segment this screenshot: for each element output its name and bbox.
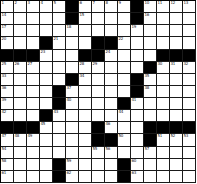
clue-number-63: 63 — [132, 171, 137, 175]
black-cell-r11-c13 — [157, 122, 170, 134]
clue-number-36: 36 — [2, 86, 7, 90]
cell-r6-c13[interactable]: 30 — [157, 62, 170, 74]
black-cell-r6-c12 — [144, 62, 157, 74]
cell-r14-c11[interactable]: 60 — [131, 159, 144, 171]
cell-r8-c9[interactable] — [105, 86, 118, 98]
clue-number-10: 10 — [145, 1, 150, 5]
cell-r15-c14[interactable] — [170, 171, 183, 183]
clue-number-34: 34 — [80, 74, 85, 78]
cell-r3-c10[interactable] — [118, 25, 131, 37]
black-cell-r5-c13 — [157, 50, 170, 62]
cell-r3-c9[interactable] — [105, 25, 118, 37]
black-cell-r15-c5 — [53, 171, 66, 183]
black-cell-r14-c10 — [118, 159, 131, 171]
clue-number-48: 48 — [15, 134, 20, 138]
black-cell-r1-c11 — [131, 1, 144, 13]
clue-number-45: 45 — [41, 122, 46, 126]
cell-r12-c2[interactable]: 48 — [14, 134, 27, 146]
cell-r13-c10[interactable] — [118, 147, 131, 159]
cell-r10-c13[interactable] — [157, 110, 170, 122]
cell-r8-c10[interactable] — [118, 86, 131, 98]
clue-number-27: 27 — [28, 62, 33, 66]
cell-r7-c5[interactable] — [53, 74, 66, 86]
cell-r14-c12[interactable] — [144, 159, 157, 171]
cell-r3-c14[interactable] — [170, 25, 183, 37]
clue-number-29: 29 — [93, 62, 98, 66]
clue-number-17: 17 — [2, 25, 7, 29]
cell-r4-c3[interactable] — [27, 37, 40, 49]
cell-r12-c13[interactable]: 51 — [157, 134, 170, 146]
clue-number-13: 13 — [184, 1, 189, 5]
cell-r2-c5[interactable] — [53, 13, 66, 25]
cell-r12-c10[interactable]: 50 — [118, 134, 131, 146]
cell-r7-c1[interactable]: 33 — [1, 74, 14, 86]
cell-r1-c14[interactable]: 12 — [170, 1, 183, 13]
black-cell-r4-c9 — [105, 37, 118, 49]
clue-number-25: 25 — [2, 62, 7, 66]
cell-r2-c14[interactable] — [170, 13, 183, 25]
crossword-grid: 1234567891011121314151617181920212223242… — [0, 0, 196, 183]
cell-r12-c4[interactable] — [40, 134, 53, 146]
cell-r6-c11[interactable] — [131, 62, 144, 74]
cell-r9-c4[interactable] — [40, 98, 53, 110]
clue-number-40: 40 — [67, 98, 72, 102]
clue-number-39: 39 — [2, 98, 7, 102]
cell-r12-c6[interactable] — [66, 134, 79, 146]
cell-r6-c14[interactable]: 31 — [170, 62, 183, 74]
cell-r10-c10[interactable]: 44 — [118, 110, 131, 122]
cell-r6-c5[interactable] — [53, 62, 66, 74]
black-cell-r4-c8 — [92, 37, 105, 49]
clue-number-7: 7 — [93, 1, 95, 5]
cell-r12-c1[interactable]: 47 — [1, 134, 14, 146]
cell-r11-c4[interactable]: 45 — [40, 122, 53, 134]
cell-r1-c10[interactable]: 9 — [118, 1, 131, 13]
clue-number-61: 61 — [2, 171, 7, 175]
cell-r10-c14[interactable] — [170, 110, 183, 122]
cell-r15-c12[interactable] — [144, 171, 157, 183]
cell-r6-c2[interactable]: 26 — [14, 62, 27, 74]
cell-r9-c7[interactable] — [79, 98, 92, 110]
cell-r3-c13[interactable] — [157, 25, 170, 37]
cell-r6-c1[interactable]: 25 — [1, 62, 14, 74]
clue-number-55: 55 — [93, 147, 98, 151]
cell-r11-c9[interactable]: 46 — [105, 122, 118, 134]
clue-number-1: 1 — [2, 1, 4, 5]
clue-number-54: 54 — [2, 147, 7, 151]
cell-r1-c3[interactable]: 3 — [27, 1, 40, 13]
cell-r9-c14[interactable] — [170, 98, 183, 110]
cell-r13-c6[interactable] — [66, 147, 79, 159]
cell-r12-c7[interactable] — [79, 134, 92, 146]
clue-number-46: 46 — [106, 122, 111, 126]
cell-r15-c15[interactable] — [183, 171, 196, 183]
clue-number-15: 15 — [80, 13, 85, 17]
cell-r10-c9[interactable] — [105, 110, 118, 122]
cell-r3-c8[interactable] — [92, 25, 105, 37]
clue-number-14: 14 — [2, 13, 7, 17]
cell-r2-c12[interactable]: 16 — [144, 13, 157, 25]
cell-r7-c4[interactable] — [40, 74, 53, 86]
cell-r10-c11[interactable] — [131, 110, 144, 122]
cell-r3-c11[interactable]: 19 — [131, 25, 144, 37]
black-cell-r14-c5 — [53, 159, 66, 171]
cell-r13-c11[interactable] — [131, 147, 144, 159]
cell-r3-c2[interactable] — [14, 25, 27, 37]
cell-r1-c15[interactable]: 13 — [183, 1, 196, 13]
black-cell-r5-c3 — [27, 50, 40, 62]
black-cell-r5-c2 — [14, 50, 27, 62]
cell-r1-c4[interactable]: 4 — [40, 1, 53, 13]
cell-r4-c6[interactable] — [66, 37, 79, 49]
cell-r4-c5[interactable]: 21 — [53, 37, 66, 49]
clue-number-60: 60 — [132, 159, 137, 163]
clue-number-58: 58 — [2, 159, 7, 163]
cell-r10-c12[interactable] — [144, 110, 157, 122]
black-cell-r7-c11 — [131, 74, 144, 86]
crossword-puzzle: 1234567891011121314151617181920212223242… — [0, 0, 197, 184]
cell-r4-c10[interactable]: 22 — [118, 37, 131, 49]
cell-r15-c3[interactable] — [27, 171, 40, 183]
cell-r2-c4[interactable] — [40, 13, 53, 25]
cell-r12-c11[interactable] — [131, 134, 144, 146]
clue-number-8: 8 — [106, 1, 108, 5]
black-cell-r11-c8 — [92, 122, 105, 134]
clue-number-26: 26 — [15, 62, 20, 66]
clue-number-44: 44 — [119, 110, 124, 114]
cell-r6-c9[interactable] — [105, 62, 118, 74]
black-cell-r11-c12 — [144, 122, 157, 134]
cell-r3-c6[interactable]: 18 — [66, 25, 79, 37]
cell-r2-c9[interactable] — [105, 13, 118, 25]
cell-r15-c13[interactable] — [157, 171, 170, 183]
cell-r15-c7[interactable] — [79, 171, 92, 183]
cell-r8-c4[interactable] — [40, 86, 53, 98]
clue-number-5: 5 — [54, 1, 56, 5]
cell-r15-c2[interactable] — [14, 171, 27, 183]
clue-number-22: 22 — [119, 37, 124, 41]
black-cell-r5-c8 — [92, 50, 105, 62]
cell-r5-c5[interactable] — [53, 50, 66, 62]
cell-r6-c10[interactable] — [118, 62, 131, 74]
cell-r14-c3[interactable] — [27, 159, 40, 171]
cell-r14-c15[interactable] — [183, 159, 196, 171]
cell-r6-c15[interactable]: 32 — [183, 62, 196, 74]
cell-r12-c5[interactable] — [53, 134, 66, 146]
cell-r7-c8[interactable] — [92, 74, 105, 86]
clue-number-2: 2 — [15, 1, 17, 5]
cell-r14-c8[interactable] — [92, 159, 105, 171]
cell-r9-c6[interactable]: 40 — [66, 98, 79, 110]
clue-number-9: 9 — [119, 1, 121, 5]
cell-r14-c9[interactable] — [105, 159, 118, 171]
cell-r7-c14[interactable] — [170, 74, 183, 86]
cell-r7-c13[interactable] — [157, 74, 170, 86]
cell-r9-c3[interactable] — [27, 98, 40, 110]
clue-number-47: 47 — [2, 134, 7, 138]
clue-number-43: 43 — [54, 110, 59, 114]
clue-number-50: 50 — [119, 134, 124, 138]
clue-number-16: 16 — [145, 13, 150, 17]
cell-r7-c3[interactable] — [27, 74, 40, 86]
clue-number-32: 32 — [184, 62, 189, 66]
cell-r1-c12[interactable]: 10 — [144, 1, 157, 13]
clue-number-20: 20 — [2, 37, 7, 41]
cell-r12-c3[interactable]: 49 — [27, 134, 40, 146]
black-cell-r10-c4 — [40, 110, 53, 122]
clue-number-53: 53 — [184, 134, 189, 138]
black-cell-r5-c7 — [79, 50, 92, 62]
clue-number-57: 57 — [145, 147, 150, 151]
cell-r2-c8[interactable] — [92, 13, 105, 25]
black-cell-r5-c1 — [1, 50, 14, 62]
cell-r13-c14[interactable] — [170, 147, 183, 159]
black-cell-r7-c6 — [66, 74, 79, 86]
cell-r10-c7[interactable] — [79, 110, 92, 122]
clue-number-30: 30 — [158, 62, 163, 66]
cell-r13-c7[interactable] — [79, 147, 92, 159]
cell-r6-c3[interactable]: 27 — [27, 62, 40, 74]
cell-r2-c15[interactable] — [183, 13, 196, 25]
cell-r10-c8[interactable] — [92, 110, 105, 122]
cell-r6-c6[interactable] — [66, 62, 79, 74]
cell-r5-c9[interactable]: 24 — [105, 50, 118, 62]
clue-number-31: 31 — [171, 62, 176, 66]
cell-r7-c10[interactable] — [118, 74, 131, 86]
cell-r3-c15[interactable] — [183, 25, 196, 37]
cell-r8-c13[interactable] — [157, 86, 170, 98]
cell-r15-c9[interactable] — [105, 171, 118, 183]
black-cell-r11-c2 — [14, 122, 27, 134]
clue-number-21: 21 — [54, 37, 59, 41]
cell-r4-c2[interactable] — [14, 37, 27, 49]
cell-r9-c11[interactable]: 41 — [131, 98, 144, 110]
black-cell-r12-c8 — [92, 134, 105, 146]
clue-number-38: 38 — [145, 86, 150, 90]
cell-r10-c1[interactable]: 42 — [1, 110, 14, 122]
clue-number-6: 6 — [80, 1, 82, 5]
black-cell-r8-c11 — [131, 86, 144, 98]
clue-number-18: 18 — [67, 25, 72, 29]
cell-r3-c1[interactable]: 17 — [1, 25, 14, 37]
cell-r1-c8[interactable]: 7 — [92, 1, 105, 13]
cell-r2-c2[interactable] — [14, 13, 27, 25]
black-cell-r5-c15 — [183, 50, 196, 62]
cell-r11-c10[interactable] — [118, 122, 131, 134]
cell-r10-c3[interactable] — [27, 110, 40, 122]
black-cell-r8-c5 — [53, 86, 66, 98]
cell-r14-c7[interactable] — [79, 159, 92, 171]
cell-r8-c14[interactable] — [170, 86, 183, 98]
cell-r4-c14[interactable] — [170, 37, 183, 49]
black-cell-r11-c3 — [27, 122, 40, 134]
clue-number-42: 42 — [2, 110, 7, 114]
cell-r4-c1[interactable]: 20 — [1, 37, 14, 49]
cell-r7-c9[interactable] — [105, 74, 118, 86]
cell-r3-c12[interactable] — [144, 25, 157, 37]
black-cell-r4-c4 — [40, 37, 53, 49]
cell-r13-c13[interactable] — [157, 147, 170, 159]
clue-number-11: 11 — [158, 1, 163, 5]
cell-r11-c6[interactable] — [66, 122, 79, 134]
black-cell-r9-c10 — [118, 98, 131, 110]
black-cell-r5-c14 — [170, 50, 183, 62]
cell-r8-c12[interactable]: 38 — [144, 86, 157, 98]
cell-r5-c11[interactable] — [131, 50, 144, 62]
cell-r9-c8[interactable] — [92, 98, 105, 110]
clue-number-33: 33 — [2, 74, 7, 78]
cell-r15-c11[interactable]: 63 — [131, 171, 144, 183]
cell-r5-c10[interactable] — [118, 50, 131, 62]
cell-r4-c12[interactable] — [144, 37, 157, 49]
cell-r12-c15[interactable]: 53 — [183, 134, 196, 146]
cell-r9-c1[interactable]: 39 — [1, 98, 14, 110]
cell-r4-c13[interactable] — [157, 37, 170, 49]
cell-r11-c5[interactable] — [53, 122, 66, 134]
cell-r9-c9[interactable] — [105, 98, 118, 110]
cell-r6-c7[interactable]: 28 — [79, 62, 92, 74]
cell-r7-c12[interactable]: 35 — [144, 74, 157, 86]
cell-r12-c14[interactable]: 52 — [170, 134, 183, 146]
cell-r15-c8[interactable] — [92, 171, 105, 183]
cell-r9-c12[interactable] — [144, 98, 157, 110]
cell-r14-c4[interactable] — [40, 159, 53, 171]
cell-r5-c12[interactable] — [144, 50, 157, 62]
cell-r14-c14[interactable] — [170, 159, 183, 171]
clue-number-19: 19 — [132, 25, 137, 29]
cell-r13-c3[interactable] — [27, 147, 40, 159]
cell-r8-c3[interactable] — [27, 86, 40, 98]
cell-r11-c11[interactable] — [131, 122, 144, 134]
cell-r5-c4[interactable]: 23 — [40, 50, 53, 62]
cell-r10-c2[interactable] — [14, 110, 27, 122]
cell-r3-c4[interactable] — [40, 25, 53, 37]
cell-r4-c7[interactable] — [79, 37, 92, 49]
cell-r14-c13[interactable] — [157, 159, 170, 171]
cell-r2-c7[interactable]: 15 — [79, 13, 92, 25]
cell-r2-c13[interactable] — [157, 13, 170, 25]
black-cell-r12-c9 — [105, 134, 118, 146]
clue-number-12: 12 — [171, 1, 176, 5]
cell-r3-c7[interactable] — [79, 25, 92, 37]
cell-r2-c1[interactable]: 14 — [1, 13, 14, 25]
cell-r13-c4[interactable] — [40, 147, 53, 159]
cell-r9-c15[interactable] — [183, 98, 196, 110]
black-cell-r2-c11 — [131, 13, 144, 25]
cell-r4-c11[interactable] — [131, 37, 144, 49]
cell-r6-c4[interactable] — [40, 62, 53, 74]
cell-r4-c15[interactable] — [183, 37, 196, 49]
cell-r6-c8[interactable]: 29 — [92, 62, 105, 74]
cell-r15-c4[interactable] — [40, 171, 53, 183]
cell-r7-c7[interactable]: 34 — [79, 74, 92, 86]
cell-r1-c1[interactable]: 1 — [1, 1, 14, 13]
cell-r13-c15[interactable] — [183, 147, 196, 159]
cell-r13-c9[interactable]: 56 — [105, 147, 118, 159]
cell-r13-c5[interactable] — [53, 147, 66, 159]
cell-r1-c7[interactable]: 6 — [79, 1, 92, 13]
cell-r10-c6[interactable] — [66, 110, 79, 122]
cell-r8-c7[interactable] — [79, 86, 92, 98]
cell-r13-c1[interactable]: 54 — [1, 147, 14, 159]
cell-r9-c13[interactable] — [157, 98, 170, 110]
cell-r11-c7[interactable] — [79, 122, 92, 134]
cell-r2-c10[interactable] — [118, 13, 131, 25]
clue-number-3: 3 — [28, 1, 30, 5]
cell-r15-c1[interactable]: 61 — [1, 171, 14, 183]
cell-r7-c15[interactable] — [183, 74, 196, 86]
clue-number-51: 51 — [158, 134, 163, 138]
black-cell-r11-c1 — [1, 122, 14, 134]
clue-number-62: 62 — [67, 171, 72, 175]
cell-r14-c2[interactable] — [14, 159, 27, 171]
cell-r14-c6[interactable]: 59 — [66, 159, 79, 171]
clue-number-37: 37 — [67, 86, 72, 90]
clue-number-4: 4 — [41, 1, 43, 5]
cell-r8-c2[interactable] — [14, 86, 27, 98]
cell-r8-c6[interactable]: 37 — [66, 86, 79, 98]
clue-number-28: 28 — [80, 62, 85, 66]
black-cell-r11-c14 — [170, 122, 183, 134]
cell-r13-c12[interactable]: 57 — [144, 147, 157, 159]
cell-r1-c2[interactable]: 2 — [14, 1, 27, 13]
cell-r8-c15[interactable] — [183, 86, 196, 98]
black-cell-r9-c5 — [53, 98, 66, 110]
cell-r1-c5[interactable]: 5 — [53, 1, 66, 13]
cell-r8-c8[interactable] — [92, 86, 105, 98]
cell-r14-c1[interactable]: 58 — [1, 159, 14, 171]
black-cell-r1-c6 — [66, 1, 79, 13]
black-cell-r15-c10 — [118, 171, 131, 183]
cell-r13-c2[interactable] — [14, 147, 27, 159]
clue-number-35: 35 — [145, 74, 150, 78]
clue-number-49: 49 — [28, 134, 33, 138]
cell-r1-c13[interactable]: 11 — [157, 1, 170, 13]
clue-number-41: 41 — [132, 98, 137, 102]
cell-r3-c5[interactable] — [53, 25, 66, 37]
cell-r10-c5[interactable]: 43 — [53, 110, 66, 122]
clue-number-23: 23 — [41, 50, 46, 54]
cell-r3-c3[interactable] — [27, 25, 40, 37]
clue-number-24: 24 — [106, 50, 111, 54]
clue-number-56: 56 — [106, 147, 111, 151]
cell-r7-c2[interactable] — [14, 74, 27, 86]
cell-r15-c6[interactable]: 62 — [66, 171, 79, 183]
black-cell-r12-c12 — [144, 134, 157, 146]
cell-r13-c8[interactable]: 55 — [92, 147, 105, 159]
cell-r9-c2[interactable] — [14, 98, 27, 110]
cell-r1-c9[interactable]: 8 — [105, 1, 118, 13]
black-cell-r11-c15 — [183, 122, 196, 134]
cell-r8-c1[interactable]: 36 — [1, 86, 14, 98]
black-cell-r2-c6 — [66, 13, 79, 25]
cell-r10-c15[interactable] — [183, 110, 196, 122]
clue-number-59: 59 — [67, 159, 72, 163]
clue-number-52: 52 — [171, 134, 176, 138]
cell-r5-c6[interactable] — [66, 50, 79, 62]
cell-r2-c3[interactable] — [27, 13, 40, 25]
